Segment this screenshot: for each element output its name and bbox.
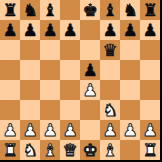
- piece-black-king: ♚: [82, 0, 97, 20]
- square-b1[interactable]: ♞: [20, 140, 40, 160]
- square-a4[interactable]: [0, 80, 20, 100]
- piece-white-pawn: ♟: [22, 120, 37, 140]
- square-g2[interactable]: ♟: [120, 120, 140, 140]
- piece-white-queen: ♛: [62, 140, 77, 160]
- square-h8[interactable]: ♜: [140, 0, 160, 20]
- square-c7[interactable]: ♟: [40, 20, 60, 40]
- piece-white-pawn: ♟: [142, 120, 157, 140]
- piece-white-knight: ♞: [102, 100, 117, 120]
- square-f3[interactable]: ♞: [100, 100, 120, 120]
- piece-white-rook: ♜: [142, 140, 157, 160]
- square-g7[interactable]: ♟: [120, 20, 140, 40]
- piece-white-rook: ♜: [2, 140, 17, 160]
- square-g4[interactable]: [120, 80, 140, 100]
- square-e6[interactable]: [80, 40, 100, 60]
- piece-black-pawn: ♟: [102, 20, 117, 40]
- square-h3[interactable]: [140, 100, 160, 120]
- square-a8[interactable]: ♜: [0, 0, 20, 20]
- piece-white-pawn: ♟: [82, 80, 97, 100]
- piece-black-pawn: ♟: [82, 60, 97, 80]
- piece-white-knight: ♞: [22, 140, 37, 160]
- square-h1[interactable]: ♜: [140, 140, 160, 160]
- square-a1[interactable]: ♜: [0, 140, 20, 160]
- square-e7[interactable]: [80, 20, 100, 40]
- square-b6[interactable]: [20, 40, 40, 60]
- square-d6[interactable]: [60, 40, 80, 60]
- square-g8[interactable]: ♞: [120, 0, 140, 20]
- piece-black-pawn: ♟: [22, 20, 37, 40]
- square-c4[interactable]: [40, 80, 60, 100]
- square-b4[interactable]: [20, 80, 40, 100]
- piece-black-pawn: ♟: [2, 20, 17, 40]
- square-g1[interactable]: [120, 140, 140, 160]
- piece-white-pawn: ♟: [102, 120, 117, 140]
- square-e4[interactable]: ♟: [80, 80, 100, 100]
- square-d8[interactable]: [60, 0, 80, 20]
- square-h4[interactable]: [140, 80, 160, 100]
- piece-black-bishop: ♝: [102, 0, 117, 20]
- square-c3[interactable]: [40, 100, 60, 120]
- square-c5[interactable]: [40, 60, 60, 80]
- square-g6[interactable]: [120, 40, 140, 60]
- square-f1[interactable]: ♝: [100, 140, 120, 160]
- square-f2[interactable]: ♟: [100, 120, 120, 140]
- square-g5[interactable]: [120, 60, 140, 80]
- piece-white-pawn: ♟: [122, 120, 137, 140]
- square-d5[interactable]: [60, 60, 80, 80]
- piece-black-queen: ♛: [102, 40, 117, 60]
- square-d2[interactable]: ♟: [60, 120, 80, 140]
- square-f4[interactable]: [100, 80, 120, 100]
- square-f6[interactable]: ♛: [100, 40, 120, 60]
- piece-black-rook: ♜: [2, 0, 17, 20]
- square-b7[interactable]: ♟: [20, 20, 40, 40]
- square-h7[interactable]: ♟: [140, 20, 160, 40]
- square-e8[interactable]: ♚: [80, 0, 100, 20]
- square-d7[interactable]: ♟: [60, 20, 80, 40]
- square-c1[interactable]: ♝: [40, 140, 60, 160]
- square-c8[interactable]: ♝: [40, 0, 60, 20]
- piece-black-knight: ♞: [22, 0, 37, 20]
- piece-white-pawn: ♟: [62, 120, 77, 140]
- chess-board-frame: ♜♞♝♚♝♞♜♟♟♟♟♟♟♟♛♟♟♞♟♟♟♟♟♟♟♜♞♝♛♚♝♜: [0, 0, 162, 162]
- square-c6[interactable]: [40, 40, 60, 60]
- piece-white-pawn: ♟: [42, 120, 57, 140]
- square-a2[interactable]: ♟: [0, 120, 20, 140]
- square-d1[interactable]: ♛: [60, 140, 80, 160]
- square-b2[interactable]: ♟: [20, 120, 40, 140]
- square-c2[interactable]: ♟: [40, 120, 60, 140]
- piece-black-pawn: ♟: [122, 20, 137, 40]
- piece-black-bishop: ♝: [42, 0, 57, 20]
- piece-black-pawn: ♟: [42, 20, 57, 40]
- square-f8[interactable]: ♝: [100, 0, 120, 20]
- piece-black-knight: ♞: [122, 0, 137, 20]
- square-a7[interactable]: ♟: [0, 20, 20, 40]
- square-b5[interactable]: [20, 60, 40, 80]
- square-e3[interactable]: [80, 100, 100, 120]
- square-h6[interactable]: [140, 40, 160, 60]
- square-e1[interactable]: ♚: [80, 140, 100, 160]
- square-e2[interactable]: [80, 120, 100, 140]
- square-a3[interactable]: [0, 100, 20, 120]
- square-d3[interactable]: [60, 100, 80, 120]
- piece-white-king: ♚: [82, 140, 97, 160]
- piece-white-bishop: ♝: [42, 140, 57, 160]
- square-b8[interactable]: ♞: [20, 0, 40, 20]
- piece-black-pawn: ♟: [142, 20, 157, 40]
- piece-black-pawn: ♟: [62, 20, 77, 40]
- square-g3[interactable]: [120, 100, 140, 120]
- square-h2[interactable]: ♟: [140, 120, 160, 140]
- square-a6[interactable]: [0, 40, 20, 60]
- square-f5[interactable]: [100, 60, 120, 80]
- chess-board: ♜♞♝♚♝♞♜♟♟♟♟♟♟♟♛♟♟♞♟♟♟♟♟♟♟♜♞♝♛♚♝♜: [0, 0, 160, 160]
- square-b3[interactable]: [20, 100, 40, 120]
- square-e5[interactable]: ♟: [80, 60, 100, 80]
- square-d4[interactable]: [60, 80, 80, 100]
- piece-black-rook: ♜: [142, 0, 157, 20]
- square-a5[interactable]: [0, 60, 20, 80]
- square-f7[interactable]: ♟: [100, 20, 120, 40]
- piece-white-bishop: ♝: [102, 140, 117, 160]
- piece-white-pawn: ♟: [2, 120, 17, 140]
- square-h5[interactable]: [140, 60, 160, 80]
